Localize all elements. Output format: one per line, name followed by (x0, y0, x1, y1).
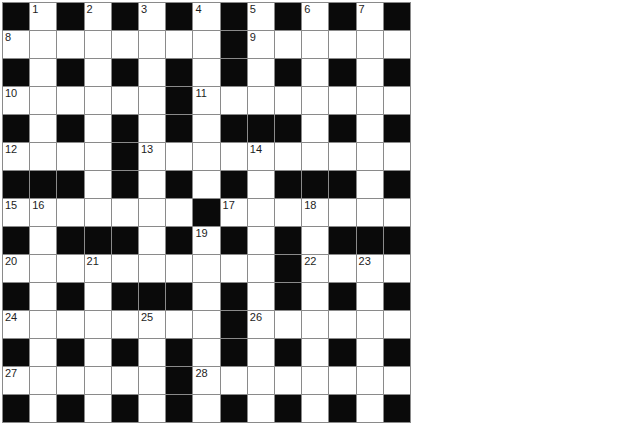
white-cell-r14c5[interactable] (112, 367, 138, 394)
white-cell-r8c9[interactable]: 17 (221, 199, 247, 226)
white-cell-r14c3[interactable] (57, 367, 83, 394)
clue-number-23: 23 (359, 255, 371, 267)
white-cell-r15c8[interactable] (193, 395, 219, 422)
white-cell-r5c12[interactable] (302, 115, 328, 142)
white-cell-r4c6[interactable] (139, 87, 165, 114)
clue-number-14: 14 (250, 143, 262, 155)
white-cell-r12c12[interactable] (302, 311, 328, 338)
black-cell-r7c15 (384, 171, 410, 198)
black-cell-r1c9 (221, 3, 247, 30)
white-cell-r6c13[interactable] (329, 143, 355, 170)
white-cell-r6c11[interactable] (275, 143, 301, 170)
black-cell-r7c9 (221, 171, 247, 198)
white-cell-r11c2[interactable] (30, 283, 56, 310)
clue-number-11: 11 (195, 87, 206, 99)
white-cell-r5c6[interactable] (139, 115, 165, 142)
white-cell-r15c10[interactable] (248, 395, 274, 422)
black-cell-r9c4 (85, 227, 111, 254)
white-cell-r7c6[interactable] (139, 171, 165, 198)
white-cell-r2c5[interactable] (112, 31, 138, 58)
black-cell-r7c11 (275, 171, 301, 198)
white-cell-r2c10[interactable]: 9 (248, 31, 274, 58)
black-cell-r13c11 (275, 339, 301, 366)
black-cell-r11c5 (112, 283, 138, 310)
white-cell-r15c4[interactable] (85, 395, 111, 422)
white-cell-r3c4[interactable] (85, 59, 111, 86)
white-cell-r3c2[interactable] (30, 59, 56, 86)
black-cell-r6c5 (112, 143, 138, 170)
black-cell-r3c3 (57, 59, 83, 86)
white-cell-r12c3[interactable] (57, 311, 83, 338)
white-cell-r2c3[interactable] (57, 31, 83, 58)
black-cell-r5c10 (248, 115, 274, 142)
white-cell-r10c14[interactable]: 23 (357, 255, 383, 282)
black-cell-r13c7 (166, 339, 192, 366)
black-cell-r3c13 (329, 59, 355, 86)
white-cell-r6c14[interactable] (357, 143, 383, 170)
black-cell-r11c6 (139, 283, 165, 310)
black-cell-r11c3 (57, 283, 83, 310)
white-cell-r1c6[interactable]: 3 (139, 3, 165, 30)
black-cell-r11c7 (166, 283, 192, 310)
clue-number-17: 17 (223, 199, 235, 211)
black-cell-r3c15 (384, 59, 410, 86)
white-cell-r14c2[interactable] (30, 367, 56, 394)
black-cell-r9c5 (112, 227, 138, 254)
white-cell-r11c10[interactable] (248, 283, 274, 310)
black-cell-r5c13 (329, 115, 355, 142)
white-cell-r8c13[interactable] (329, 199, 355, 226)
white-cell-r4c5[interactable] (112, 87, 138, 114)
black-cell-r5c5 (112, 115, 138, 142)
white-cell-r8c14[interactable] (357, 199, 383, 226)
clue-number-10: 10 (5, 87, 17, 99)
white-cell-r6c2[interactable] (30, 143, 56, 170)
black-cell-r15c3 (57, 395, 83, 422)
white-cell-r8c12[interactable]: 18 (302, 199, 328, 226)
clue-number-6: 6 (304, 3, 310, 15)
white-cell-r9c12[interactable] (302, 227, 328, 254)
white-cell-r2c1[interactable]: 8 (3, 31, 29, 58)
white-cell-r10c15[interactable] (384, 255, 410, 282)
black-cell-r2c9 (221, 31, 247, 58)
white-cell-r2c2[interactable] (30, 31, 56, 58)
white-cell-r12c7[interactable] (166, 311, 192, 338)
clue-number-20: 20 (5, 255, 17, 267)
white-cell-r13c2[interactable] (30, 339, 56, 366)
clue-number-3: 3 (141, 3, 147, 15)
black-cell-r15c13 (329, 395, 355, 422)
white-cell-r12c4[interactable] (85, 311, 111, 338)
clue-number-22: 22 (304, 255, 316, 267)
white-cell-r14c1[interactable]: 27 (3, 367, 29, 394)
white-cell-r15c12[interactable] (302, 395, 328, 422)
black-cell-r11c1 (3, 283, 29, 310)
white-cell-r7c14[interactable] (357, 171, 383, 198)
clue-number-12: 12 (5, 143, 17, 155)
white-cell-r12c1[interactable]: 24 (3, 311, 29, 338)
white-cell-r5c2[interactable] (30, 115, 56, 142)
black-cell-r5c3 (57, 115, 83, 142)
clue-number-4: 4 (195, 3, 201, 15)
white-cell-r7c10[interactable] (248, 171, 274, 198)
white-cell-r4c9[interactable] (221, 87, 247, 114)
white-cell-r13c8[interactable] (193, 339, 219, 366)
clue-number-21: 21 (87, 255, 99, 267)
white-cell-r12c10[interactable]: 26 (248, 311, 274, 338)
white-cell-r14c14[interactable] (357, 367, 383, 394)
white-cell-r7c8[interactable] (193, 171, 219, 198)
white-cell-r1c8[interactable]: 4 (193, 3, 219, 30)
black-cell-r15c9 (221, 395, 247, 422)
white-cell-r2c11[interactable] (275, 31, 301, 58)
white-cell-r12c13[interactable] (329, 311, 355, 338)
black-cell-r9c13 (329, 227, 355, 254)
black-cell-r3c5 (112, 59, 138, 86)
white-cell-r8c7[interactable] (166, 199, 192, 226)
white-cell-r6c6[interactable]: 13 (139, 143, 165, 170)
white-cell-r15c2[interactable] (30, 395, 56, 422)
white-cell-r6c15[interactable] (384, 143, 410, 170)
white-cell-r10c4[interactable]: 21 (85, 255, 111, 282)
black-cell-r15c15 (384, 395, 410, 422)
black-cell-r13c5 (112, 339, 138, 366)
white-cell-r6c8[interactable] (193, 143, 219, 170)
white-cell-r14c10[interactable] (248, 367, 274, 394)
white-cell-r6c7[interactable] (166, 143, 192, 170)
white-cell-r8c1[interactable]: 15 (3, 199, 29, 226)
black-cell-r3c1 (3, 59, 29, 86)
black-cell-r7c1 (3, 171, 29, 198)
white-cell-r10c1[interactable]: 20 (3, 255, 29, 282)
clue-number-16: 16 (32, 199, 44, 211)
white-cell-r14c6[interactable] (139, 367, 165, 394)
black-cell-r15c1 (3, 395, 29, 422)
white-cell-r2c12[interactable] (302, 31, 328, 58)
white-cell-r12c8[interactable] (193, 311, 219, 338)
white-cell-r10c5[interactable] (112, 255, 138, 282)
black-cell-r13c3 (57, 339, 83, 366)
black-cell-r13c13 (329, 339, 355, 366)
white-cell-r1c2[interactable]: 1 (30, 3, 56, 30)
black-cell-r15c5 (112, 395, 138, 422)
white-cell-r13c14[interactable] (357, 339, 383, 366)
white-cell-r4c15[interactable] (384, 87, 410, 114)
white-cell-r11c12[interactable] (302, 283, 328, 310)
white-cell-r10c6[interactable] (139, 255, 165, 282)
white-cell-r15c14[interactable] (357, 395, 383, 422)
white-cell-r4c13[interactable] (329, 87, 355, 114)
white-cell-r2c6[interactable] (139, 31, 165, 58)
clue-number-5: 5 (250, 3, 256, 15)
white-cell-r11c4[interactable] (85, 283, 111, 310)
clue-number-1: 1 (32, 3, 38, 15)
black-cell-r9c15 (384, 227, 410, 254)
black-cell-r3c11 (275, 59, 301, 86)
white-cell-r6c1[interactable]: 12 (3, 143, 29, 170)
clue-number-25: 25 (141, 311, 153, 323)
clue-number-8: 8 (5, 31, 11, 43)
white-cell-r14c12[interactable] (302, 367, 328, 394)
white-cell-r4c14[interactable] (357, 87, 383, 114)
white-cell-r10c9[interactable] (221, 255, 247, 282)
white-cell-r3c14[interactable] (357, 59, 383, 86)
white-cell-r12c14[interactable] (357, 311, 383, 338)
black-cell-r1c1 (3, 3, 29, 30)
white-cell-r8c2[interactable]: 16 (30, 199, 56, 226)
white-cell-r8c11[interactable] (275, 199, 301, 226)
white-cell-r4c4[interactable] (85, 87, 111, 114)
black-cell-r5c9 (221, 115, 247, 142)
black-cell-r7c2 (30, 171, 56, 198)
black-cell-r7c13 (329, 171, 355, 198)
white-cell-r12c2[interactable] (30, 311, 56, 338)
black-cell-r9c9 (221, 227, 247, 254)
white-cell-r10c8[interactable] (193, 255, 219, 282)
clue-number-9: 9 (250, 31, 256, 43)
white-cell-r12c15[interactable] (384, 311, 410, 338)
white-cell-r6c9[interactable] (221, 143, 247, 170)
white-cell-r12c5[interactable] (112, 311, 138, 338)
white-cell-r4c10[interactable] (248, 87, 274, 114)
black-cell-r9c11 (275, 227, 301, 254)
white-cell-r1c10[interactable]: 5 (248, 3, 274, 30)
white-cell-r11c8[interactable] (193, 283, 219, 310)
black-cell-r3c9 (221, 59, 247, 86)
black-cell-r10c11 (275, 255, 301, 282)
white-cell-r10c2[interactable] (30, 255, 56, 282)
white-cell-r6c12[interactable] (302, 143, 328, 170)
white-cell-r3c12[interactable] (302, 59, 328, 86)
clue-number-24: 24 (5, 311, 17, 323)
page-background: 1234567891011121314151617181920212223242… (0, 0, 640, 426)
black-cell-r14c7 (166, 367, 192, 394)
black-cell-r7c7 (166, 171, 192, 198)
white-cell-r3c8[interactable] (193, 59, 219, 86)
black-cell-r8c8 (193, 199, 219, 226)
white-cell-r10c12[interactable]: 22 (302, 255, 328, 282)
white-cell-r1c12[interactable]: 6 (302, 3, 328, 30)
white-cell-r1c14[interactable]: 7 (357, 3, 383, 30)
clue-number-7: 7 (359, 3, 365, 15)
black-cell-r5c11 (275, 115, 301, 142)
black-cell-r13c1 (3, 339, 29, 366)
black-cell-r11c9 (221, 283, 247, 310)
black-cell-r11c15 (384, 283, 410, 310)
white-cell-r14c11[interactable] (275, 367, 301, 394)
white-cell-r7c4[interactable] (85, 171, 111, 198)
clue-number-15: 15 (5, 199, 17, 211)
white-cell-r3c10[interactable] (248, 59, 274, 86)
white-cell-r2c4[interactable] (85, 31, 111, 58)
white-cell-r8c6[interactable] (139, 199, 165, 226)
black-cell-r9c3 (57, 227, 83, 254)
clue-number-26: 26 (250, 311, 262, 323)
white-cell-r6c3[interactable] (57, 143, 83, 170)
black-cell-r1c15 (384, 3, 410, 30)
white-cell-r9c10[interactable] (248, 227, 274, 254)
white-cell-r13c4[interactable] (85, 339, 111, 366)
black-cell-r5c7 (166, 115, 192, 142)
white-cell-r4c2[interactable] (30, 87, 56, 114)
white-cell-r10c13[interactable] (329, 255, 355, 282)
white-cell-r10c3[interactable] (57, 255, 83, 282)
white-cell-r5c8[interactable] (193, 115, 219, 142)
white-cell-r8c3[interactable] (57, 199, 83, 226)
white-cell-r15c6[interactable] (139, 395, 165, 422)
white-cell-r4c1[interactable]: 10 (3, 87, 29, 114)
white-cell-r9c8[interactable]: 19 (193, 227, 219, 254)
white-cell-r2c15[interactable] (384, 31, 410, 58)
black-cell-r1c11 (275, 3, 301, 30)
white-cell-r8c10[interactable] (248, 199, 274, 226)
black-cell-r5c15 (384, 115, 410, 142)
white-cell-r10c7[interactable] (166, 255, 192, 282)
black-cell-r1c3 (57, 3, 83, 30)
black-cell-r9c7 (166, 227, 192, 254)
clue-number-18: 18 (304, 199, 316, 211)
black-cell-r15c7 (166, 395, 192, 422)
clue-number-19: 19 (195, 227, 207, 239)
white-cell-r2c8[interactable] (193, 31, 219, 58)
white-cell-r1c4[interactable]: 2 (85, 3, 111, 30)
black-cell-r7c12 (302, 171, 328, 198)
black-cell-r11c13 (329, 283, 355, 310)
black-cell-r4c7 (166, 87, 192, 114)
black-cell-r7c5 (112, 171, 138, 198)
white-cell-r5c4[interactable] (85, 115, 111, 142)
clue-number-27: 27 (5, 367, 17, 379)
white-cell-r4c3[interactable] (57, 87, 83, 114)
black-cell-r11c11 (275, 283, 301, 310)
white-cell-r13c10[interactable] (248, 339, 274, 366)
black-cell-r1c7 (166, 3, 192, 30)
white-cell-r12c6[interactable]: 25 (139, 311, 165, 338)
black-cell-r9c14 (357, 227, 383, 254)
black-cell-r13c15 (384, 339, 410, 366)
black-cell-r13c9 (221, 339, 247, 366)
white-cell-r14c4[interactable] (85, 367, 111, 394)
black-cell-r15c11 (275, 395, 301, 422)
clue-number-13: 13 (141, 143, 153, 155)
white-cell-r14c8[interactable]: 28 (193, 367, 219, 394)
black-cell-r1c13 (329, 3, 355, 30)
white-cell-r2c14[interactable] (357, 31, 383, 58)
white-cell-r11c14[interactable] (357, 283, 383, 310)
white-cell-r14c13[interactable] (329, 367, 355, 394)
white-cell-r6c4[interactable] (85, 143, 111, 170)
white-cell-r4c12[interactable] (302, 87, 328, 114)
black-cell-r5c1 (3, 115, 29, 142)
black-cell-r7c3 (57, 171, 83, 198)
white-cell-r5c14[interactable] (357, 115, 383, 142)
white-cell-r14c9[interactable] (221, 367, 247, 394)
white-cell-r8c15[interactable] (384, 199, 410, 226)
white-cell-r4c8[interactable]: 11 (193, 87, 219, 114)
white-cell-r14c15[interactable] (384, 367, 410, 394)
black-cell-r1c5 (112, 3, 138, 30)
white-cell-r10c10[interactable] (248, 255, 274, 282)
black-cell-r12c9 (221, 311, 247, 338)
black-cell-r3c7 (166, 59, 192, 86)
white-cell-r13c12[interactable] (302, 339, 328, 366)
white-cell-r4c11[interactable] (275, 87, 301, 114)
white-cell-r2c13[interactable] (329, 31, 355, 58)
clue-number-28: 28 (195, 367, 207, 379)
crossword-grid: 1234567891011121314151617181920212223242… (2, 2, 411, 423)
black-cell-r9c1 (3, 227, 29, 254)
white-cell-r3c6[interactable] (139, 59, 165, 86)
white-cell-r8c4[interactable] (85, 199, 111, 226)
white-cell-r2c7[interactable] (166, 31, 192, 58)
white-cell-r13c6[interactable] (139, 339, 165, 366)
white-cell-r12c11[interactable] (275, 311, 301, 338)
white-cell-r9c2[interactable] (30, 227, 56, 254)
white-cell-r9c6[interactable] (139, 227, 165, 254)
white-cell-r6c10[interactable]: 14 (248, 143, 274, 170)
clue-number-2: 2 (87, 3, 93, 15)
white-cell-r8c5[interactable] (112, 199, 138, 226)
